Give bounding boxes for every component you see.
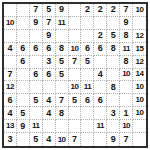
cell-r5c7[interactable]: 5 <box>81 56 94 69</box>
cell-r7c6[interactable]: 10 <box>69 81 82 94</box>
cell-r3c5[interactable] <box>56 30 69 43</box>
cell-r6c4[interactable]: 6 <box>43 69 56 82</box>
cell-r8c2[interactable] <box>17 94 30 107</box>
cell-r11c6[interactable]: 7 <box>69 133 82 146</box>
cell-r4c8[interactable]: 6 <box>94 43 107 56</box>
cell-r10c6[interactable] <box>69 120 82 133</box>
cell-r3c1[interactable] <box>4 30 17 43</box>
cell-r8c4[interactable]: 4 <box>43 94 56 107</box>
cell-r6c8[interactable]: 4 <box>94 69 107 82</box>
cell-r6c7[interactable] <box>81 69 94 82</box>
cell-r5c5[interactable]: 5 <box>56 56 69 69</box>
cell-r6c5[interactable]: 5 <box>56 69 69 82</box>
cell-r6c1[interactable]: 7 <box>4 69 17 82</box>
cell-r3c7[interactable] <box>81 30 94 43</box>
cell-r5c9[interactable] <box>107 56 120 69</box>
cell-r4c11[interactable]: 15 <box>133 43 146 56</box>
cell-r2c2[interactable] <box>17 17 30 30</box>
cell-r5c6[interactable]: 7 <box>69 56 82 69</box>
cell-r11c3[interactable]: 5 <box>30 133 43 146</box>
cell-r11c5[interactable]: 10 <box>56 133 69 146</box>
cell-r9c4[interactable]: 4 <box>43 107 56 120</box>
cell-r4c10[interactable]: 11 <box>120 43 133 56</box>
cell-r7c3[interactable] <box>30 81 43 94</box>
cell-r1c8[interactable]: 2 <box>94 4 107 17</box>
cell-r11c9[interactable]: 9 <box>107 133 120 146</box>
cell-r7c9[interactable]: 8 <box>107 81 120 94</box>
cell-r1c7[interactable]: 2 <box>81 4 94 17</box>
cell-r3c11[interactable]: 12 <box>133 30 146 43</box>
cell-r6c11[interactable]: 14 <box>133 69 146 82</box>
cell-r1c11[interactable]: 10 <box>133 4 146 17</box>
cell-r8c6[interactable]: 5 <box>69 94 82 107</box>
cell-r2c11[interactable] <box>133 17 146 30</box>
cell-r10c7[interactable] <box>81 120 94 133</box>
cell-r10c4[interactable] <box>43 120 56 133</box>
puzzle-grid: 7592227101097119925812466681066811156357… <box>2 2 148 148</box>
cell-r2c10[interactable]: 9 <box>120 17 133 30</box>
cell-r7c4[interactable] <box>43 81 56 94</box>
cell-r4c2[interactable]: 6 <box>17 43 30 56</box>
cell-r6c6[interactable] <box>69 69 82 82</box>
cell-r4c6[interactable]: 10 <box>69 43 82 56</box>
cell-r6c10[interactable]: 10 <box>120 69 133 82</box>
cell-r4c4[interactable]: 6 <box>43 43 56 56</box>
cell-r1c4[interactable]: 5 <box>43 4 56 17</box>
cell-r9c6[interactable] <box>69 107 82 120</box>
cell-r1c6[interactable] <box>69 4 82 17</box>
puzzle-board: 7592227101097119925812466681066811156357… <box>0 0 150 150</box>
cell-r2c4[interactable]: 7 <box>43 17 56 30</box>
cell-r4c5[interactable]: 8 <box>56 43 69 56</box>
cell-r7c1[interactable]: 12 <box>4 81 17 94</box>
cell-r5c4[interactable]: 3 <box>43 56 56 69</box>
cell-r8c10[interactable] <box>120 94 133 107</box>
cell-r1c9[interactable]: 2 <box>107 4 120 17</box>
cell-r10c10[interactable]: 10 <box>120 120 133 133</box>
cell-r9c5[interactable]: 8 <box>56 107 69 120</box>
cell-r8c1[interactable]: 6 <box>4 94 17 107</box>
cell-r3c10[interactable]: 8 <box>120 30 133 43</box>
cell-r8c3[interactable]: 5 <box>30 94 43 107</box>
cell-r7c5[interactable] <box>56 81 69 94</box>
cell-r7c2[interactable] <box>17 81 30 94</box>
cell-r9c8[interactable] <box>94 107 107 120</box>
cell-r11c11[interactable] <box>133 133 146 146</box>
cell-r9c2[interactable]: 5 <box>17 107 30 120</box>
cell-r3c2[interactable] <box>17 30 30 43</box>
cell-r3c9[interactable]: 5 <box>107 30 120 43</box>
cell-r2c7[interactable] <box>81 17 94 30</box>
cell-r5c8[interactable] <box>94 56 107 69</box>
cell-r10c2[interactable]: 9 <box>17 120 30 133</box>
cell-r6c3[interactable]: 6 <box>30 69 43 82</box>
cell-r11c7[interactable] <box>81 133 94 146</box>
cell-r11c1[interactable]: 3 <box>4 133 17 146</box>
cell-r1c2[interactable] <box>17 4 30 17</box>
cell-r2c8[interactable] <box>94 17 107 30</box>
cell-r11c8[interactable] <box>94 133 107 146</box>
cell-r1c3[interactable]: 7 <box>30 4 43 17</box>
cell-r1c10[interactable]: 7 <box>120 4 133 17</box>
cell-r9c3[interactable] <box>30 107 43 120</box>
cell-r4c7[interactable]: 6 <box>81 43 94 56</box>
cell-r7c11[interactable]: 10 <box>133 81 146 94</box>
cell-r6c2[interactable] <box>17 69 30 82</box>
cell-r10c9[interactable] <box>107 120 120 133</box>
cell-r4c3[interactable]: 6 <box>30 43 43 56</box>
cell-r2c6[interactable] <box>69 17 82 30</box>
cell-r7c10[interactable] <box>120 81 133 94</box>
cell-r10c8[interactable]: 11 <box>94 120 107 133</box>
cell-r9c7[interactable] <box>81 107 94 120</box>
cell-r9c11[interactable]: 10 <box>133 107 146 120</box>
cell-r8c5[interactable]: 7 <box>56 94 69 107</box>
cell-r4c1[interactable]: 4 <box>4 43 17 56</box>
cell-r10c11[interactable] <box>133 120 146 133</box>
cell-r11c2[interactable] <box>17 133 30 146</box>
cell-r2c1[interactable]: 10 <box>4 17 17 30</box>
cell-r6c9[interactable] <box>107 69 120 82</box>
cell-r7c8[interactable] <box>94 81 107 94</box>
cell-r3c6[interactable] <box>69 30 82 43</box>
cell-r7c7[interactable]: 11 <box>81 81 94 94</box>
cell-r11c10[interactable]: 7 <box>120 133 133 146</box>
cell-r10c1[interactable]: 13 <box>4 120 17 133</box>
cell-r1c1[interactable] <box>4 4 17 17</box>
cell-r9c9[interactable]: 3 <box>107 107 120 120</box>
cell-r8c11[interactable]: 10 <box>133 94 146 107</box>
cell-r11c4[interactable]: 4 <box>43 133 56 146</box>
cell-r5c1[interactable] <box>4 56 17 69</box>
cell-r3c4[interactable]: 9 <box>43 30 56 43</box>
cell-r9c10[interactable]: 1 <box>120 107 133 120</box>
cell-r10c3[interactable]: 11 <box>30 120 43 133</box>
cell-r9c1[interactable]: 4 <box>4 107 17 120</box>
cell-r5c10[interactable]: 8 <box>120 56 133 69</box>
cell-r1c5[interactable]: 9 <box>56 4 69 17</box>
cell-r8c8[interactable]: 6 <box>94 94 107 107</box>
cell-r4c9[interactable]: 8 <box>107 43 120 56</box>
cell-r2c9[interactable] <box>107 17 120 30</box>
cell-r8c9[interactable] <box>107 94 120 107</box>
cell-r2c3[interactable]: 9 <box>30 17 43 30</box>
cell-r5c11[interactable]: 12 <box>133 56 146 69</box>
cell-r3c8[interactable]: 2 <box>94 30 107 43</box>
cell-r5c2[interactable]: 6 <box>17 56 30 69</box>
cell-r3c3[interactable] <box>30 30 43 43</box>
cell-r8c7[interactable]: 6 <box>81 94 94 107</box>
cell-r2c5[interactable]: 11 <box>56 17 69 30</box>
cell-r5c3[interactable] <box>30 56 43 69</box>
cell-r10c5[interactable] <box>56 120 69 133</box>
